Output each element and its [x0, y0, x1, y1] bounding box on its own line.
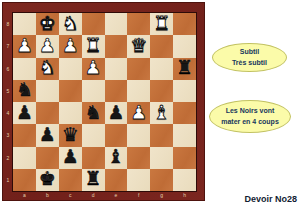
file-label-e: e [105, 190, 128, 200]
black-queen-c3: ♛ [62, 125, 79, 144]
square-b4[interactable] [36, 102, 59, 124]
square-f3[interactable] [127, 124, 150, 146]
square-h4[interactable] [173, 102, 196, 124]
white-rook-g8: ♜ [153, 14, 170, 33]
square-c6[interactable] [59, 58, 82, 80]
square-h3[interactable] [173, 124, 196, 146]
square-f2[interactable] [127, 147, 150, 169]
white-pawn-c7: ♟ [62, 36, 79, 55]
white-knight-c8: ♞ [62, 14, 79, 33]
square-f4[interactable]: ♟ [127, 102, 150, 124]
square-h6[interactable]: ♜ [173, 58, 196, 80]
square-g7[interactable] [150, 35, 173, 57]
square-e7[interactable] [105, 35, 128, 57]
square-a4[interactable]: ♟ [13, 102, 36, 124]
chess-board-frame: 87654321 ♚♞♜♟♟♟♜♛♞♟♜♞♟♞♟♟♝♟♛♟♝♚♜ abcdefg… [2, 2, 205, 201]
square-a7[interactable]: ♟ [13, 35, 36, 57]
square-e4[interactable]: ♟ [105, 102, 128, 124]
black-knight-a5: ♞ [16, 80, 33, 99]
square-c8[interactable]: ♞ [59, 13, 82, 35]
square-b5[interactable] [36, 80, 59, 102]
white-king-b8: ♚ [39, 14, 56, 33]
square-a6[interactable] [13, 58, 36, 80]
annotation-bubble-mate: Les Noirs vont mater en 4 coups [209, 100, 291, 133]
square-g3[interactable] [150, 124, 173, 146]
square-a2[interactable] [13, 147, 36, 169]
file-label-b: b [36, 190, 59, 200]
black-pawn-c2: ♟ [62, 147, 79, 166]
square-g5[interactable] [150, 80, 173, 102]
square-h7[interactable] [173, 35, 196, 57]
square-h5[interactable] [173, 80, 196, 102]
file-label-g: g [150, 190, 173, 200]
annotation-bubble-subtil: Subtil Très subtil [212, 43, 287, 72]
square-c4[interactable] [59, 102, 82, 124]
rank-label-6: 6 [3, 58, 13, 80]
square-c7[interactable]: ♟ [59, 35, 82, 57]
square-g8[interactable]: ♜ [150, 13, 173, 35]
square-h2[interactable] [173, 147, 196, 169]
square-d3[interactable] [82, 124, 105, 146]
square-b7[interactable]: ♟ [36, 35, 59, 57]
bubble1-line1: Subtil [240, 47, 259, 57]
square-b8[interactable]: ♚ [36, 13, 59, 35]
square-h8[interactable] [173, 13, 196, 35]
square-d1[interactable]: ♜ [82, 169, 105, 191]
square-f8[interactable] [127, 13, 150, 35]
square-g6[interactable] [150, 58, 173, 80]
rank-label-8: 8 [3, 13, 13, 35]
square-c5[interactable] [59, 80, 82, 102]
square-d8[interactable] [82, 13, 105, 35]
square-e8[interactable] [105, 13, 128, 35]
rank-label-2: 2 [3, 147, 13, 169]
chess-board: ♚♞♜♟♟♟♜♛♞♟♜♞♟♞♟♟♝♟♛♟♝♚♜ [13, 13, 196, 191]
square-c1[interactable] [59, 169, 82, 191]
square-b2[interactable] [36, 147, 59, 169]
bubble2-line2: mater en 4 coups [221, 117, 279, 127]
square-a3[interactable] [13, 124, 36, 146]
square-d7[interactable]: ♜ [82, 35, 105, 57]
white-pawn-a7: ♟ [16, 36, 33, 55]
white-pawn-f4: ♟ [130, 103, 147, 122]
square-a1[interactable] [13, 169, 36, 191]
square-a8[interactable] [13, 13, 36, 35]
square-f7[interactable]: ♛ [127, 35, 150, 57]
white-pawn-b7: ♟ [39, 36, 56, 55]
square-c3[interactable]: ♛ [59, 124, 82, 146]
square-b1[interactable]: ♚ [36, 169, 59, 191]
square-e3[interactable] [105, 124, 128, 146]
square-e2[interactable]: ♝ [105, 147, 128, 169]
black-king-b1: ♚ [39, 169, 56, 188]
rank-label-4: 4 [3, 102, 13, 124]
bubble1-line2: Très subtil [232, 58, 267, 68]
file-label-f: f [127, 190, 150, 200]
white-pawn-d6: ♟ [85, 58, 102, 77]
white-knight-b6: ♞ [39, 58, 56, 77]
square-e5[interactable] [105, 80, 128, 102]
rank-label-5: 5 [3, 80, 13, 102]
black-rook-d1: ♜ [85, 169, 102, 188]
square-f5[interactable] [127, 80, 150, 102]
black-bishop-e2: ♝ [107, 147, 124, 166]
square-d4[interactable]: ♞ [82, 102, 105, 124]
black-pawn-b3: ♟ [39, 125, 56, 144]
square-e6[interactable] [105, 58, 128, 80]
square-b3[interactable]: ♟ [36, 124, 59, 146]
square-c2[interactable]: ♟ [59, 147, 82, 169]
file-label-c: c [59, 190, 82, 200]
rank-labels: 87654321 [3, 13, 13, 191]
square-e1[interactable] [105, 169, 128, 191]
square-d2[interactable] [82, 147, 105, 169]
square-g2[interactable] [150, 147, 173, 169]
black-knight-d4: ♞ [85, 103, 102, 122]
white-rook-d7: ♜ [85, 36, 102, 55]
bubble2-line1: Les Noirs vont [226, 106, 275, 116]
file-label-a: a [13, 190, 36, 200]
square-g1[interactable] [150, 169, 173, 191]
square-d6[interactable]: ♟ [82, 58, 105, 80]
square-h1[interactable] [173, 169, 196, 191]
square-a5[interactable]: ♞ [13, 80, 36, 102]
file-label-h: h [173, 190, 196, 200]
black-rook-h6: ♜ [176, 58, 193, 77]
white-bishop-g4: ♝ [153, 103, 170, 122]
square-f1[interactable] [127, 169, 150, 191]
square-d5[interactable] [82, 80, 105, 102]
rank-label-3: 3 [3, 124, 13, 146]
square-g4[interactable]: ♝ [150, 102, 173, 124]
file-label-d: d [82, 190, 105, 200]
file-labels: abcdefgh [13, 190, 196, 200]
black-pawn-a4: ♟ [16, 103, 33, 122]
white-queen-f7: ♛ [130, 36, 147, 55]
black-pawn-e4: ♟ [107, 103, 124, 122]
exercise-caption: Devoir No28 [244, 194, 297, 204]
rank-label-7: 7 [3, 35, 13, 57]
rank-label-1: 1 [3, 169, 13, 191]
square-f6[interactable] [127, 58, 150, 80]
square-b6[interactable]: ♞ [36, 58, 59, 80]
